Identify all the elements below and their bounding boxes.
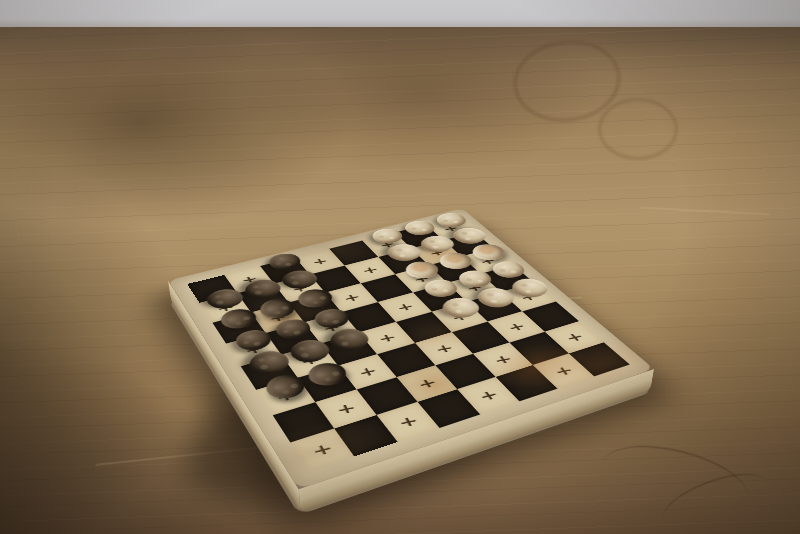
square-e1[interactable] <box>329 240 378 265</box>
dark-checker-piece[interactable] <box>234 330 271 351</box>
dark-checker-piece[interactable] <box>259 371 311 402</box>
square-b8[interactable] <box>334 415 397 456</box>
plus-mark: + <box>550 363 576 378</box>
photo-scene: ++++++++++++++++++++++++++++++++ <box>0 0 800 534</box>
dark-checker-piece[interactable] <box>284 336 335 366</box>
dark-checker-piece[interactable] <box>239 276 285 301</box>
plus-mark: + <box>309 440 336 459</box>
plus-mark: + <box>310 256 330 267</box>
square-h7[interactable]: + <box>545 321 604 353</box>
light-checker-piece[interactable] <box>435 213 466 227</box>
plus-mark: + <box>475 387 502 403</box>
dark-checker-piece[interactable] <box>201 286 248 312</box>
light-checker-piece[interactable] <box>457 270 492 287</box>
plus-mark: + <box>333 400 358 416</box>
dark-checker-piece[interactable] <box>214 306 262 332</box>
light-checker-piece[interactable] <box>490 261 525 278</box>
plus-mark: + <box>561 330 586 344</box>
plus-mark: + <box>360 264 381 275</box>
plus-mark: + <box>432 342 456 356</box>
dark-checker-piece[interactable] <box>275 319 310 339</box>
background-wall <box>0 0 800 27</box>
dark-checker-piece[interactable] <box>253 296 300 321</box>
light-checker-piece[interactable] <box>404 220 435 235</box>
plus-mark: + <box>355 364 380 379</box>
plus-mark: + <box>340 291 362 304</box>
square-d8[interactable] <box>417 389 480 428</box>
square-b7[interactable]: + <box>315 390 376 429</box>
dark-checker-piece[interactable] <box>292 286 338 310</box>
plus-mark: + <box>414 375 440 391</box>
light-checker-piece[interactable] <box>371 228 402 243</box>
square-b6[interactable] <box>298 366 357 402</box>
plus-mark: + <box>504 320 529 334</box>
dark-checker-piece[interactable] <box>301 359 351 389</box>
plus-mark: + <box>395 413 421 430</box>
light-checker-piece[interactable] <box>423 279 458 297</box>
plus-mark: + <box>393 301 416 314</box>
light-checker-piece[interactable] <box>400 259 442 281</box>
dark-checker-piece[interactable] <box>268 253 300 270</box>
plus-mark: + <box>490 352 515 366</box>
plus-mark: + <box>375 331 398 344</box>
dark-checker-piece[interactable] <box>314 309 348 329</box>
